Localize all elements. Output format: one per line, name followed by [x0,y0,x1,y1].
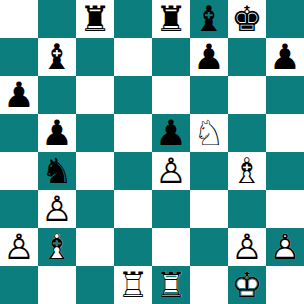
square-f5[interactable]: ♞♘ [190,114,228,152]
piece-outline-glyph [266,152,304,190]
square-g3[interactable] [228,190,266,228]
piece-outline-glyph [152,76,190,114]
square-f8[interactable]: ♝ [190,0,228,38]
piece-fill-glyph: ♟ [266,228,304,266]
square-b5[interactable]: ♟ [38,114,76,152]
square-a7[interactable] [0,38,38,76]
piece-outline-glyph: ♙ [152,152,190,190]
piece-outline-glyph [228,190,266,228]
square-h5[interactable] [266,114,304,152]
piece-outline-glyph [38,0,76,38]
piece-fill-glyph [114,152,152,190]
piece-fill-glyph [228,190,266,228]
piece-fill-glyph [190,266,228,304]
piece-outline-glyph [228,76,266,114]
piece-fill-glyph [114,38,152,76]
piece-fill-glyph: ♝ [228,152,266,190]
piece-outline-glyph [38,152,76,190]
piece-fill-glyph [76,228,114,266]
square-f4[interactable] [190,152,228,190]
square-c5[interactable] [76,114,114,152]
square-a3[interactable] [0,190,38,228]
square-e1[interactable]: ♜♖ [152,266,190,304]
piece-outline-glyph [114,228,152,266]
square-c7[interactable] [76,38,114,76]
square-h8[interactable] [266,0,304,38]
piece-outline-glyph: ♙ [38,190,76,228]
piece-outline-glyph [152,228,190,266]
piece-outline-glyph [190,190,228,228]
piece-fill-glyph: ♞ [38,152,76,190]
piece-fill-glyph: ♝ [38,38,76,76]
piece-outline-glyph [0,190,38,228]
piece-fill-glyph [76,38,114,76]
piece-fill-glyph [152,190,190,228]
piece-outline-glyph [0,76,38,114]
square-d8[interactable] [114,0,152,38]
piece-fill-glyph [266,190,304,228]
chess-board: ♜ ♜ ♝ ♚ ♝ ♟ ♟ ♟ ♟ ♟ ♞♘ ♞ ♟♙ ♝♗ ♟♙ ♟♙ ♝♗ … [0,0,304,304]
piece-fill-glyph [266,76,304,114]
square-e5[interactable]: ♟ [152,114,190,152]
piece-fill-glyph: ♜ [152,0,190,38]
square-g2[interactable]: ♟♙ [228,228,266,266]
piece-outline-glyph [190,38,228,76]
piece-fill-glyph: ♟ [152,152,190,190]
square-e3[interactable] [152,190,190,228]
piece-outline-glyph [190,266,228,304]
square-h2[interactable]: ♟♙ [266,228,304,266]
piece-fill-glyph: ♟ [228,228,266,266]
piece-fill-glyph [228,114,266,152]
piece-outline-glyph [0,38,38,76]
square-g6[interactable] [228,76,266,114]
piece-outline-glyph [266,76,304,114]
piece-fill-glyph [190,228,228,266]
piece-fill-glyph [266,266,304,304]
piece-outline-glyph [76,76,114,114]
piece-fill-glyph: ♚ [228,266,266,304]
square-h3[interactable] [266,190,304,228]
piece-fill-glyph: ♚ [228,0,266,38]
piece-outline-glyph [228,0,266,38]
piece-outline-glyph [266,190,304,228]
piece-outline-glyph [114,76,152,114]
square-c2[interactable] [76,228,114,266]
piece-outline-glyph: ♔ [228,266,266,304]
square-d4[interactable] [114,152,152,190]
piece-fill-glyph [76,152,114,190]
piece-outline-glyph [76,190,114,228]
square-b4[interactable]: ♞ [38,152,76,190]
piece-outline-glyph [190,0,228,38]
piece-outline-glyph [76,228,114,266]
piece-outline-glyph [114,190,152,228]
piece-fill-glyph [152,76,190,114]
square-e8[interactable]: ♜ [152,0,190,38]
piece-outline-glyph [38,266,76,304]
piece-fill-glyph [38,76,76,114]
square-c3[interactable] [76,190,114,228]
piece-fill-glyph [266,114,304,152]
piece-outline-glyph [228,38,266,76]
piece-outline-glyph [114,114,152,152]
piece-outline-glyph [190,76,228,114]
piece-outline-glyph [266,38,304,76]
piece-fill-glyph: ♟ [38,190,76,228]
piece-outline-glyph [114,0,152,38]
piece-outline-glyph [152,38,190,76]
piece-fill-glyph [0,114,38,152]
square-d2[interactable] [114,228,152,266]
piece-outline-glyph [76,38,114,76]
piece-fill-glyph [114,114,152,152]
piece-fill-glyph [0,190,38,228]
square-a1[interactable] [0,266,38,304]
square-h1[interactable] [266,266,304,304]
piece-outline-glyph: ♗ [38,228,76,266]
piece-fill-glyph [152,38,190,76]
piece-fill-glyph [76,76,114,114]
piece-outline-glyph [0,266,38,304]
piece-fill-glyph [266,152,304,190]
square-b3[interactable]: ♟♙ [38,190,76,228]
piece-fill-glyph [190,190,228,228]
square-c1[interactable] [76,266,114,304]
piece-outline-glyph: ♗ [228,152,266,190]
square-b2[interactable]: ♝♗ [38,228,76,266]
square-d1[interactable]: ♜♖ [114,266,152,304]
piece-fill-glyph: ♝ [38,228,76,266]
piece-fill-glyph [114,190,152,228]
piece-outline-glyph [0,152,38,190]
piece-fill-glyph [228,38,266,76]
square-g5[interactable] [228,114,266,152]
square-b7[interactable]: ♝ [38,38,76,76]
piece-outline-glyph [38,38,76,76]
piece-outline-glyph [152,190,190,228]
piece-fill-glyph: ♜ [114,266,152,304]
square-e2[interactable] [152,228,190,266]
piece-outline-glyph [228,114,266,152]
square-f2[interactable] [190,228,228,266]
piece-outline-glyph [114,38,152,76]
piece-fill-glyph: ♟ [0,228,38,266]
piece-fill-glyph [152,228,190,266]
piece-fill-glyph [190,76,228,114]
square-c6[interactable] [76,76,114,114]
piece-fill-glyph: ♟ [266,38,304,76]
piece-fill-glyph [38,0,76,38]
square-b6[interactable] [38,76,76,114]
piece-fill-glyph: ♟ [152,114,190,152]
piece-outline-glyph: ♖ [152,266,190,304]
square-e6[interactable] [152,76,190,114]
square-a2[interactable]: ♟♙ [0,228,38,266]
piece-outline-glyph [76,0,114,38]
piece-outline-glyph [76,114,114,152]
piece-fill-glyph: ♝ [190,0,228,38]
piece-outline-glyph: ♙ [228,228,266,266]
piece-fill-glyph [38,266,76,304]
piece-fill-glyph [114,0,152,38]
square-c8[interactable]: ♜ [76,0,114,38]
square-g4[interactable]: ♝♗ [228,152,266,190]
piece-fill-glyph [114,76,152,114]
square-e7[interactable] [152,38,190,76]
piece-fill-glyph: ♟ [190,38,228,76]
piece-outline-glyph [266,0,304,38]
piece-outline-glyph: ♙ [266,228,304,266]
square-f6[interactable] [190,76,228,114]
square-d6[interactable] [114,76,152,114]
piece-outline-glyph [190,228,228,266]
square-g1[interactable]: ♚♔ [228,266,266,304]
piece-fill-glyph: ♟ [38,114,76,152]
square-f3[interactable] [190,190,228,228]
piece-fill-glyph [76,114,114,152]
piece-fill-glyph: ♜ [152,266,190,304]
piece-outline-glyph [0,0,38,38]
square-f1[interactable] [190,266,228,304]
square-a5[interactable] [0,114,38,152]
piece-outline-glyph [38,114,76,152]
square-e4[interactable]: ♟♙ [152,152,190,190]
piece-fill-glyph [0,152,38,190]
piece-outline-glyph [76,152,114,190]
piece-outline-glyph [114,152,152,190]
piece-outline-glyph [152,114,190,152]
square-g8[interactable]: ♚ [228,0,266,38]
piece-fill-glyph [114,228,152,266]
piece-fill-glyph [190,152,228,190]
piece-outline-glyph [0,114,38,152]
square-h4[interactable] [266,152,304,190]
square-b8[interactable] [38,0,76,38]
piece-fill-glyph: ♜ [76,0,114,38]
square-a4[interactable] [0,152,38,190]
piece-outline-glyph: ♙ [0,228,38,266]
piece-fill-glyph [76,190,114,228]
piece-fill-glyph [0,38,38,76]
square-d3[interactable] [114,190,152,228]
piece-fill-glyph: ♞ [190,114,228,152]
piece-fill-glyph [76,266,114,304]
piece-outline-glyph [266,266,304,304]
piece-fill-glyph [0,0,38,38]
piece-outline-glyph: ♘ [190,114,228,152]
square-a6[interactable]: ♟ [0,76,38,114]
piece-fill-glyph [0,266,38,304]
square-d7[interactable] [114,38,152,76]
square-g7[interactable] [228,38,266,76]
square-h6[interactable] [266,76,304,114]
square-f7[interactable]: ♟ [190,38,228,76]
piece-outline-glyph [76,266,114,304]
square-d5[interactable] [114,114,152,152]
piece-outline-glyph: ♖ [114,266,152,304]
piece-outline-glyph [266,114,304,152]
piece-fill-glyph [228,76,266,114]
piece-fill-glyph [266,0,304,38]
square-a8[interactable] [0,0,38,38]
piece-outline-glyph [190,152,228,190]
piece-outline-glyph [152,0,190,38]
piece-fill-glyph: ♟ [0,76,38,114]
square-h7[interactable]: ♟ [266,38,304,76]
piece-outline-glyph [38,76,76,114]
square-c4[interactable] [76,152,114,190]
square-b1[interactable] [38,266,76,304]
